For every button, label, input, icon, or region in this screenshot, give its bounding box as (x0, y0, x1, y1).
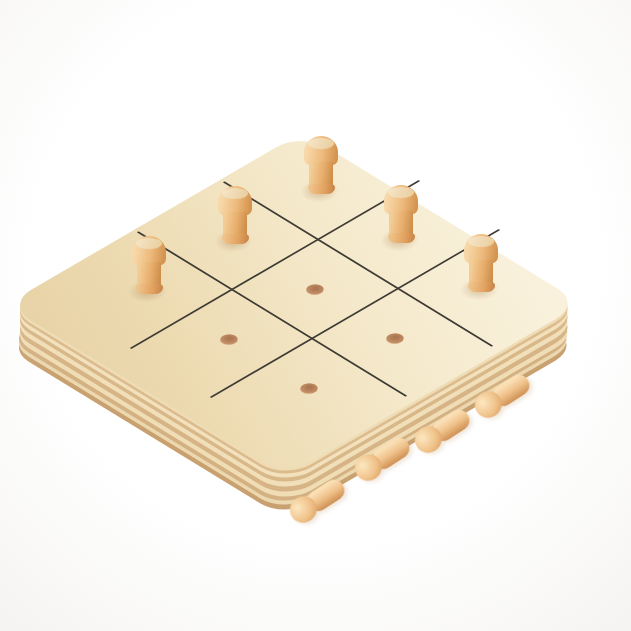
peg-hole (303, 282, 328, 297)
standing-peg[interactable] (304, 136, 338, 194)
peg-base (135, 284, 162, 294)
peg-cap (308, 138, 334, 149)
peg-base (467, 282, 494, 292)
peg-hole (297, 381, 322, 396)
standing-peg[interactable] (384, 185, 418, 243)
peg-base (307, 184, 334, 194)
peg-cap (222, 188, 248, 199)
peg-hole (217, 332, 242, 347)
peg-cap (388, 187, 414, 198)
peg-cap (136, 238, 162, 249)
standing-peg[interactable] (464, 234, 498, 292)
peg-base (221, 234, 248, 244)
peg-base (387, 233, 414, 243)
standing-peg[interactable] (132, 236, 166, 294)
peg-hole (383, 331, 408, 346)
standing-peg[interactable] (218, 186, 252, 244)
peg-cap (468, 236, 494, 247)
product-photo (0, 0, 631, 631)
